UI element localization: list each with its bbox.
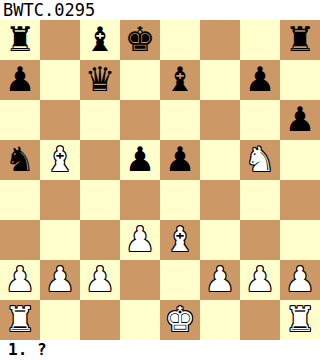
- square-d4[interactable]: [120, 180, 160, 220]
- square-a7[interactable]: ♟: [0, 60, 40, 100]
- black-pawn-piece[interactable]: ♟: [5, 60, 35, 99]
- square-h5[interactable]: [280, 140, 320, 180]
- square-g8[interactable]: [240, 20, 280, 60]
- square-c4[interactable]: [80, 180, 120, 220]
- square-c2[interactable]: ♟: [80, 260, 120, 300]
- white-pawn-piece[interactable]: ♟: [85, 260, 115, 299]
- chess-diagram-page: BWTC.0295 ♜♝♚♜♟♛♝♟♟♞♝♟♟♞♟♝♟♟♟♟♟♟♜♚♜ 1. ?: [0, 0, 320, 360]
- square-h1[interactable]: ♜: [280, 300, 320, 340]
- square-b6[interactable]: [40, 100, 80, 140]
- square-d7[interactable]: [120, 60, 160, 100]
- square-f7[interactable]: [200, 60, 240, 100]
- white-pawn-piece[interactable]: ♟: [285, 260, 315, 299]
- square-d1[interactable]: [120, 300, 160, 340]
- square-e8[interactable]: [160, 20, 200, 60]
- square-g4[interactable]: [240, 180, 280, 220]
- square-b7[interactable]: [40, 60, 80, 100]
- square-h2[interactable]: ♟: [280, 260, 320, 300]
- white-rook-piece[interactable]: ♜: [285, 300, 315, 339]
- square-f5[interactable]: [200, 140, 240, 180]
- black-queen-piece[interactable]: ♛: [85, 60, 115, 99]
- square-b2[interactable]: ♟: [40, 260, 80, 300]
- square-b5[interactable]: ♝: [40, 140, 80, 180]
- white-rook-piece[interactable]: ♜: [5, 300, 35, 339]
- square-e7[interactable]: ♝: [160, 60, 200, 100]
- square-a3[interactable]: [0, 220, 40, 260]
- black-knight-piece[interactable]: ♞: [5, 140, 35, 179]
- white-pawn-piece[interactable]: ♟: [5, 260, 35, 299]
- white-king-piece[interactable]: ♚: [165, 300, 195, 339]
- white-pawn-piece[interactable]: ♟: [45, 260, 75, 299]
- white-bishop-piece[interactable]: ♝: [45, 140, 75, 179]
- white-bishop-piece[interactable]: ♝: [165, 220, 195, 259]
- square-g3[interactable]: [240, 220, 280, 260]
- black-pawn-piece[interactable]: ♟: [285, 100, 315, 139]
- square-h3[interactable]: [280, 220, 320, 260]
- square-f1[interactable]: [200, 300, 240, 340]
- black-pawn-piece[interactable]: ♟: [165, 140, 195, 179]
- square-g5[interactable]: ♞: [240, 140, 280, 180]
- square-f8[interactable]: [200, 20, 240, 60]
- square-c6[interactable]: [80, 100, 120, 140]
- diagram-title: BWTC.0295: [0, 0, 95, 20]
- square-g6[interactable]: [240, 100, 280, 140]
- white-pawn-piece[interactable]: ♟: [125, 220, 155, 259]
- square-d3[interactable]: ♟: [120, 220, 160, 260]
- white-pawn-piece[interactable]: ♟: [205, 260, 235, 299]
- white-knight-piece[interactable]: ♞: [245, 140, 275, 179]
- square-e6[interactable]: [160, 100, 200, 140]
- square-d5[interactable]: ♟: [120, 140, 160, 180]
- square-f6[interactable]: [200, 100, 240, 140]
- square-a8[interactable]: ♜: [0, 20, 40, 60]
- move-prompt: 1. ?: [0, 340, 47, 360]
- square-f3[interactable]: [200, 220, 240, 260]
- square-f4[interactable]: [200, 180, 240, 220]
- square-g2[interactable]: ♟: [240, 260, 280, 300]
- black-pawn-piece[interactable]: ♟: [125, 140, 155, 179]
- square-a4[interactable]: [0, 180, 40, 220]
- black-bishop-piece[interactable]: ♝: [165, 60, 195, 99]
- black-king-piece[interactable]: ♚: [125, 20, 155, 59]
- black-bishop-piece[interactable]: ♝: [85, 20, 115, 59]
- square-b1[interactable]: [40, 300, 80, 340]
- black-rook-piece[interactable]: ♜: [285, 20, 315, 59]
- square-h8[interactable]: ♜: [280, 20, 320, 60]
- square-e5[interactable]: ♟: [160, 140, 200, 180]
- square-h7[interactable]: [280, 60, 320, 100]
- square-a6[interactable]: [0, 100, 40, 140]
- square-h6[interactable]: ♟: [280, 100, 320, 140]
- square-f2[interactable]: ♟: [200, 260, 240, 300]
- square-c8[interactable]: ♝: [80, 20, 120, 60]
- square-a1[interactable]: ♜: [0, 300, 40, 340]
- square-c3[interactable]: [80, 220, 120, 260]
- square-d2[interactable]: [120, 260, 160, 300]
- square-b4[interactable]: [40, 180, 80, 220]
- square-d8[interactable]: ♚: [120, 20, 160, 60]
- black-pawn-piece[interactable]: ♟: [245, 60, 275, 99]
- diagram-header: BWTC.0295: [0, 0, 320, 20]
- black-rook-piece[interactable]: ♜: [5, 20, 35, 59]
- square-g7[interactable]: ♟: [240, 60, 280, 100]
- white-pawn-piece[interactable]: ♟: [245, 260, 275, 299]
- square-c7[interactable]: ♛: [80, 60, 120, 100]
- square-a5[interactable]: ♞: [0, 140, 40, 180]
- square-g1[interactable]: [240, 300, 280, 340]
- square-h4[interactable]: [280, 180, 320, 220]
- square-a2[interactable]: ♟: [0, 260, 40, 300]
- square-e2[interactable]: [160, 260, 200, 300]
- square-c5[interactable]: [80, 140, 120, 180]
- diagram-footer: 1. ?: [0, 340, 320, 360]
- square-e3[interactable]: ♝: [160, 220, 200, 260]
- square-e4[interactable]: [160, 180, 200, 220]
- chess-board: ♜♝♚♜♟♛♝♟♟♞♝♟♟♞♟♝♟♟♟♟♟♟♜♚♜: [0, 20, 320, 340]
- square-e1[interactable]: ♚: [160, 300, 200, 340]
- square-c1[interactable]: [80, 300, 120, 340]
- square-b8[interactable]: [40, 20, 80, 60]
- square-b3[interactable]: [40, 220, 80, 260]
- square-d6[interactable]: [120, 100, 160, 140]
